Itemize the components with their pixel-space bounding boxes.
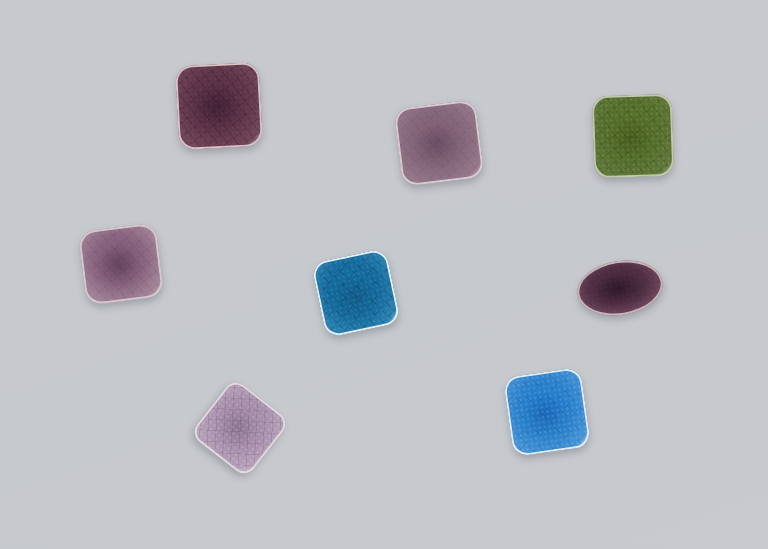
brooch-olive-green-square-glaze-texture bbox=[594, 96, 673, 177]
brooch-lilac-square bbox=[189, 377, 290, 478]
brooch-aubergine-oval bbox=[573, 255, 666, 322]
brooch-mauve-square-top bbox=[394, 99, 485, 186]
brooch-lilac-square-glaze-texture bbox=[192, 380, 287, 475]
brooch-azure-blue-square-glaze-texture bbox=[505, 369, 589, 455]
brooch-mauve-square-top-glaze-texture bbox=[396, 102, 482, 185]
brooch-mauve-square-left-glaze-texture bbox=[80, 225, 162, 303]
brooch-dark-plum-square bbox=[175, 62, 263, 150]
brooch-mauve-square-left bbox=[78, 223, 164, 306]
brooch-teal-blue-square bbox=[311, 248, 401, 338]
brooch-dark-plum-square-glaze-texture bbox=[177, 64, 261, 148]
brooch-azure-blue-square bbox=[503, 367, 591, 457]
photo-background bbox=[0, 0, 768, 549]
brooch-olive-green-square bbox=[592, 94, 675, 179]
brooch-teal-blue-square-glaze-texture bbox=[313, 250, 398, 335]
brooch-aubergine-oval-glaze-texture bbox=[576, 257, 665, 319]
